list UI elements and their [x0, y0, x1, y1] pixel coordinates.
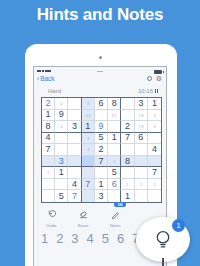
sudoku-cell-r6c3[interactable]: [68, 156, 81, 168]
numpad-6[interactable]: 6: [113, 231, 128, 246]
user-digit: 2: [46, 99, 51, 108]
pencil-notes: 4: [108, 156, 120, 167]
sudoku-cell-r8c3[interactable]: 4: [68, 179, 81, 191]
numpad-3[interactable]: 3: [67, 231, 82, 246]
sudoku-cell-r6c9[interactable]: [148, 156, 161, 168]
sudoku-cell-r8c1[interactable]: [42, 179, 55, 191]
sudoku-cell-r9c3[interactable]: 7: [68, 190, 81, 202]
sudoku-cell-r6c5[interactable]: 7: [95, 156, 108, 168]
settings-gear-icon[interactable]: ⚙: [156, 75, 162, 82]
given-digit: 6: [138, 133, 143, 142]
sudoku-cell-r1c1[interactable]: 2: [42, 98, 55, 110]
sudoku-cell-r4c3[interactable]: [68, 133, 81, 145]
given-digit: 1: [152, 99, 157, 108]
sudoku-cell-r7c3[interactable]: [68, 167, 81, 179]
given-digit: 7: [152, 168, 157, 177]
pencil-notes: 78: [135, 121, 147, 132]
sudoku-cell-r2c5[interactable]: [95, 110, 108, 122]
sudoku-cell-r5c5[interactable]: 2: [95, 144, 108, 156]
pencil-notes: 3: [82, 98, 94, 109]
lightbulb-icon: [152, 228, 174, 252]
sudoku-cell-r4c8[interactable]: 6: [135, 133, 148, 145]
numpad-4[interactable]: 4: [83, 231, 98, 246]
sudoku-cell-r8c8[interactable]: 5: [135, 179, 148, 191]
status-signal-icon: [37, 70, 51, 72]
theme-palette-icon[interactable]: [147, 76, 152, 81]
sudoku-cell-r8c9[interactable]: 5: [148, 179, 161, 191]
given-digit: 2: [98, 145, 103, 154]
given-digit: 4: [152, 145, 157, 154]
given-digit: 1: [46, 110, 51, 119]
given-digit: 3: [138, 99, 143, 108]
sudoku-cell-r1c5[interactable]: 6: [95, 98, 108, 110]
pencil-notes: 15: [108, 110, 120, 121]
sudoku-cell-r9c8[interactable]: [135, 190, 148, 202]
numpad-2[interactable]: 2: [52, 231, 67, 246]
sudoku-cell-r3c9[interactable]: 8: [148, 121, 161, 133]
given-digit: 5: [112, 168, 117, 177]
back-label: Back: [40, 75, 54, 82]
sudoku-cell-r2c8[interactable]: 78: [135, 110, 148, 122]
sudoku-cell-r8c6[interactable]: 6: [108, 179, 121, 191]
sudoku-cell-r5c6[interactable]: [108, 144, 121, 156]
pencil-notes: 5: [135, 179, 147, 190]
given-digit: 7: [125, 133, 130, 142]
sudoku-cell-r1c3[interactable]: [68, 98, 81, 110]
sudoku-cell-r8c7[interactable]: 5: [121, 179, 134, 191]
sudoku-cell-r7c5[interactable]: [95, 167, 108, 179]
eraser-icon: [79, 210, 88, 219]
notes-button[interactable]: ON Notes: [102, 205, 128, 229]
given-digit: 1: [98, 180, 103, 189]
sudoku-cell-r7c8[interactable]: [135, 167, 148, 179]
sudoku-cell-r2c1[interactable]: 1: [42, 110, 55, 122]
pencil-notes: 4: [55, 121, 67, 132]
pencil-notes: 8: [148, 110, 161, 121]
sudoku-cell-r8c4[interactable]: 7: [82, 179, 95, 191]
notes-label: Notes: [110, 223, 121, 227]
sudoku-cell-r5c1[interactable]: 7: [42, 144, 55, 156]
sudoku-cell-r2c4[interactable]: 34: [82, 110, 95, 122]
pencil-notes: 2: [42, 167, 54, 178]
pencil-notes: 5: [121, 179, 133, 190]
sudoku-cell-r3c8[interactable]: 78: [135, 121, 148, 133]
sudoku-cell-r7c2[interactable]: 1: [55, 167, 68, 179]
sudoku-cell-r3c6[interactable]: [108, 121, 121, 133]
toolbar: Undo Erase ON Notes: [38, 205, 128, 229]
sudoku-cell-r5c9[interactable]: 4: [148, 144, 161, 156]
given-digit: 4: [72, 180, 77, 189]
given-digit: 2: [125, 122, 130, 131]
pencil-notes: 34: [82, 110, 94, 121]
given-digit: 8: [125, 157, 130, 166]
sudoku-cell-r9c2[interactable]: 5: [55, 190, 68, 202]
sudoku-cell-r7c6[interactable]: 5: [108, 167, 121, 179]
sudoku-cell-r9c9[interactable]: [148, 190, 161, 202]
pencil-notes: 4: [55, 98, 67, 109]
sudoku-cell-r9c5[interactable]: 3: [95, 190, 108, 202]
sudoku-cell-r3c1[interactable]: 8: [42, 121, 55, 133]
sudoku-cell-r5c8[interactable]: [135, 144, 148, 156]
sudoku-cell-r3c2[interactable]: 4: [55, 121, 68, 133]
sudoku-cell-r5c3[interactable]: [68, 144, 81, 156]
sudoku-cell-r4c5[interactable]: 5: [95, 133, 108, 145]
sudoku-cell-r2c9[interactable]: 8: [148, 110, 161, 122]
pencil-notes: 78: [135, 110, 147, 121]
sudoku-cell-r2c7[interactable]: [121, 110, 134, 122]
pencil-notes: 8: [148, 121, 161, 132]
sudoku-cell-r8c2[interactable]: [55, 179, 68, 191]
undo-icon: [47, 210, 56, 219]
sudoku-cell-r1c9[interactable]: 1: [148, 98, 161, 110]
sudoku-cell-r6c1[interactable]: [42, 156, 55, 168]
sudoku-cell-r2c6[interactable]: 15: [108, 110, 121, 122]
sudoku-cell-r4c6[interactable]: 1: [108, 133, 121, 145]
given-digit: 3: [98, 192, 103, 201]
sudoku-cell-r9c6[interactable]: [108, 190, 121, 202]
sudoku-cell-r4c9[interactable]: [148, 133, 161, 145]
hint-button[interactable]: 1: [136, 217, 190, 262]
sudoku-cell-r1c7[interactable]: [121, 98, 134, 110]
sudoku-cell-r4c1[interactable]: 4: [42, 133, 55, 145]
sudoku-cell-r9c7[interactable]: 1: [121, 190, 134, 202]
pause-button[interactable]: [155, 89, 158, 93]
sudoku-cell-r2c2[interactable]: 9: [55, 110, 68, 122]
sudoku-cell-r7c9[interactable]: 7: [148, 167, 161, 179]
user-digit: 9: [98, 122, 103, 131]
given-digit: 1: [59, 168, 64, 177]
sudoku-cell-r7c1[interactable]: 2: [42, 167, 55, 179]
sudoku-cell-r5c2[interactable]: [55, 144, 68, 156]
back-button[interactable]: ‹ Back: [37, 75, 55, 82]
battery-icon: [154, 70, 162, 74]
sudoku-cell-r6c8[interactable]: [135, 156, 148, 168]
given-digit: 7: [98, 157, 103, 166]
sudoku-cell-r4c4[interactable]: 4: [82, 133, 95, 145]
page-title: Hints and Notes: [0, 5, 200, 25]
sudoku-cell-r3c5[interactable]: 9: [95, 121, 108, 133]
sudoku-cell-r1c6[interactable]: 8: [108, 98, 121, 110]
given-digit: 9: [59, 110, 64, 119]
sudoku-cell-r2c3[interactable]: [68, 110, 81, 122]
sudoku-cell-r1c8[interactable]: 3: [135, 98, 148, 110]
user-digit: 7: [85, 180, 90, 189]
given-digit: 8: [46, 122, 51, 131]
given-digit: 3: [72, 122, 77, 131]
given-digit: 1: [85, 122, 90, 131]
notes-on-badge: ON: [114, 202, 126, 207]
given-digit: 1: [125, 192, 130, 201]
sudoku-cell-r4c2[interactable]: [55, 133, 68, 145]
undo-label: Undo: [46, 223, 56, 227]
user-digit: 6: [112, 180, 117, 189]
user-digit: 7: [72, 192, 77, 201]
sudoku-cell-r9c4[interactable]: [82, 190, 95, 202]
pencil-notes: 4: [82, 144, 94, 155]
given-digit: 4: [46, 133, 51, 142]
hint-count-badge: 1: [172, 219, 185, 232]
sudoku-cell-r6c4[interactable]: [82, 156, 95, 168]
given-digit: 8: [112, 99, 117, 108]
sudoku-grid: 2436831193415788843192788445176742437482…: [41, 97, 162, 203]
erase-label: Erase: [78, 223, 89, 227]
sudoku-cell-r3c3[interactable]: 3: [68, 121, 81, 133]
sudoku-cell-r6c6[interactable]: 4: [108, 156, 121, 168]
sudoku-cell-r8c5[interactable]: 1: [95, 179, 108, 191]
pointer-line: [162, 258, 164, 266]
given-digit: 5: [59, 192, 64, 201]
given-digit: 7: [46, 145, 51, 154]
timer: 10:16: [138, 88, 158, 94]
erase-button[interactable]: Erase: [70, 205, 96, 229]
status-dots-icon: [98, 71, 103, 72]
timer-text: 10:16: [138, 88, 153, 94]
pencil-notes: 4: [82, 133, 94, 144]
pencil-icon: [111, 210, 120, 219]
sudoku-cell-r7c7[interactable]: [121, 167, 134, 179]
sudoku-cell-r4c7[interactable]: 7: [121, 133, 134, 145]
camera-dot: [99, 56, 102, 59]
sudoku-cell-r3c4[interactable]: 1: [82, 121, 95, 133]
sudoku-cell-r6c2[interactable]: 3: [55, 156, 68, 168]
pencil-notes: 5: [148, 179, 161, 190]
sudoku-cell-r3c7[interactable]: 2: [121, 121, 134, 133]
numpad-1[interactable]: 1: [37, 231, 52, 246]
sudoku-cell-r1c2[interactable]: 4: [55, 98, 68, 110]
undo-button[interactable]: Undo: [38, 205, 64, 229]
marketing-screenshot: Hints and Notes ‹ Back ⚙ Hard 10:16 2436…: [0, 0, 200, 266]
sudoku-cell-r1c4[interactable]: 3: [82, 98, 95, 110]
difficulty-label: Hard: [48, 88, 61, 94]
given-digit: 6: [98, 99, 103, 108]
numpad-5[interactable]: 5: [98, 231, 113, 246]
sudoku-cell-r5c4[interactable]: 4: [82, 144, 95, 156]
given-digit: 5: [98, 133, 103, 142]
nav-icons: ⚙: [147, 75, 162, 82]
sudoku-cell-r7c4[interactable]: [82, 167, 95, 179]
sudoku-cell-r9c1[interactable]: [42, 190, 55, 202]
sudoku-cell-r5c7[interactable]: [121, 144, 134, 156]
given-digit: 1: [112, 133, 117, 142]
user-digit: 3: [59, 157, 64, 166]
back-chevron-icon: ‹: [37, 75, 39, 82]
sudoku-cell-r6c7[interactable]: 8: [121, 156, 134, 168]
